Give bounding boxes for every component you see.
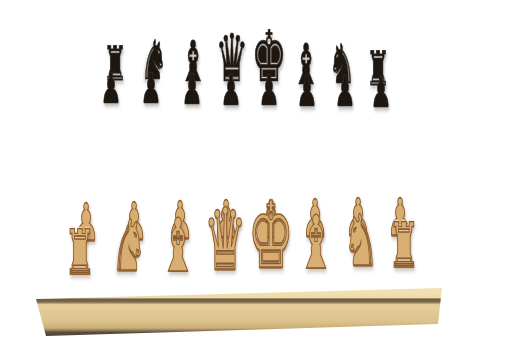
piece-white-pawn-e2[interactable]: ♟ xyxy=(254,210,286,246)
piece-white-pawn-a2[interactable]: ♟ xyxy=(69,212,101,248)
square-g5[interactable] xyxy=(329,141,370,166)
square-g7[interactable] xyxy=(325,94,363,117)
piece-white-queen-d1[interactable]: ♛ xyxy=(198,222,252,282)
piece-white-pawn-d2[interactable]: ♟ xyxy=(210,210,242,246)
square-e8[interactable] xyxy=(251,71,288,93)
square-c7[interactable] xyxy=(171,91,212,114)
board-box-front xyxy=(0,0,510,340)
piece-black-pawn-a7[interactable]: ♟ xyxy=(97,80,124,110)
square-g2[interactable] xyxy=(335,221,379,251)
square-g8[interactable] xyxy=(324,73,361,95)
square-c6[interactable] xyxy=(168,115,210,140)
piece-black-knight-g8[interactable]: ♞ xyxy=(325,54,359,92)
square-f6[interactable] xyxy=(289,116,328,140)
square-d2[interactable] xyxy=(203,222,248,253)
square-h4[interactable] xyxy=(370,166,412,192)
square-d7[interactable] xyxy=(211,92,250,115)
square-g4[interactable] xyxy=(331,166,373,192)
square-h6[interactable] xyxy=(364,117,404,140)
piece-white-king-e1[interactable]: ♚ xyxy=(242,217,300,282)
piece-white-knight-g1[interactable]: ♞ xyxy=(338,228,383,278)
square-f7[interactable] xyxy=(288,94,326,117)
piece-black-pawn-h7[interactable]: ♟ xyxy=(368,84,395,114)
square-c5[interactable] xyxy=(165,139,208,165)
square-e2[interactable] xyxy=(249,222,293,253)
piece-black-queen-d8[interactable]: ♛ xyxy=(211,45,253,91)
square-e7[interactable] xyxy=(250,93,288,116)
square-c4[interactable] xyxy=(163,166,208,193)
piece-white-pawn-g2[interactable]: ♟ xyxy=(341,208,373,244)
square-e6[interactable] xyxy=(250,116,289,140)
piece-white-rook-a1[interactable]: ♜ xyxy=(60,239,99,283)
square-d1[interactable] xyxy=(201,253,248,286)
square-a1[interactable] xyxy=(52,256,107,291)
square-e1[interactable] xyxy=(248,252,293,285)
square-c8[interactable] xyxy=(173,69,213,91)
piece-white-pawn-f2[interactable]: ♟ xyxy=(298,209,330,245)
square-e5[interactable] xyxy=(250,140,290,165)
square-h5[interactable] xyxy=(367,141,408,166)
square-f4[interactable] xyxy=(291,166,332,192)
chess-board xyxy=(34,61,441,302)
piece-white-pawn-h2[interactable]: ♟ xyxy=(383,208,415,244)
piece-black-rook-h8[interactable]: ♜ xyxy=(363,59,393,93)
square-a7[interactable] xyxy=(88,90,132,114)
square-d8[interactable] xyxy=(212,70,250,92)
square-a5[interactable] xyxy=(78,139,125,165)
square-a4[interactable] xyxy=(72,166,121,194)
piece-white-bishop-f1[interactable]: ♝ xyxy=(293,227,340,279)
piece-black-pawn-b7[interactable]: ♟ xyxy=(138,80,165,110)
piece-white-bishop-c1[interactable]: ♝ xyxy=(154,230,201,282)
piece-black-bishop-f8[interactable]: ♝ xyxy=(288,52,324,92)
square-h1[interactable] xyxy=(381,250,427,282)
piece-white-pawn-c2[interactable]: ♟ xyxy=(164,211,196,247)
square-d4[interactable] xyxy=(206,166,249,193)
square-b8[interactable] xyxy=(134,68,175,91)
piece-black-bishop-c8[interactable]: ♝ xyxy=(175,50,211,90)
piece-black-pawn-d7[interactable]: ♟ xyxy=(217,82,244,112)
square-a3[interactable] xyxy=(66,194,117,224)
piece-black-rook-a8[interactable]: ♜ xyxy=(100,54,130,88)
square-f8[interactable] xyxy=(288,72,325,94)
square-c2[interactable] xyxy=(156,223,204,254)
square-a2[interactable] xyxy=(59,224,112,256)
square-g3[interactable] xyxy=(333,192,376,220)
square-b1[interactable] xyxy=(103,255,155,289)
piece-black-pawn-c7[interactable]: ♟ xyxy=(178,81,205,111)
piece-black-knight-b8[interactable]: ♞ xyxy=(137,50,171,88)
square-f1[interactable] xyxy=(294,251,340,284)
square-h8[interactable] xyxy=(359,74,397,95)
piece-white-rook-h1[interactable]: ♜ xyxy=(384,232,423,276)
square-d6[interactable] xyxy=(210,115,250,139)
square-f3[interactable] xyxy=(292,193,335,221)
square-b7[interactable] xyxy=(130,91,173,115)
square-h7[interactable] xyxy=(362,95,401,117)
piece-black-king-e8[interactable]: ♚ xyxy=(247,43,291,93)
square-g1[interactable] xyxy=(338,250,384,282)
piece-black-pawn-f7[interactable]: ♟ xyxy=(294,83,321,113)
square-f2[interactable] xyxy=(293,221,337,251)
square-b5[interactable] xyxy=(122,139,167,165)
piece-black-pawn-g7[interactable]: ♟ xyxy=(331,83,358,113)
board-fold-seam xyxy=(67,165,418,167)
square-h2[interactable] xyxy=(377,220,422,250)
square-d3[interactable] xyxy=(205,193,249,222)
square-b4[interactable] xyxy=(118,166,165,194)
piece-white-pawn-b2[interactable]: ♟ xyxy=(117,212,149,248)
square-f5[interactable] xyxy=(290,140,330,165)
square-g6[interactable] xyxy=(327,117,366,141)
piece-black-pawn-e7[interactable]: ♟ xyxy=(256,82,283,112)
square-a8[interactable] xyxy=(93,67,136,90)
square-b6[interactable] xyxy=(126,114,170,139)
square-b2[interactable] xyxy=(108,223,158,255)
square-c3[interactable] xyxy=(159,193,205,222)
chess-set-photo: ♜♞♝♛♚♝♞♜♟♟♟♟♟♟♟♟♟♟♟♟♟♟♟♟♜♞♝♛♚♝♞♜ xyxy=(0,0,510,340)
square-a6[interactable] xyxy=(83,114,129,139)
piece-white-knight-b1[interactable]: ♞ xyxy=(107,233,152,283)
square-d5[interactable] xyxy=(208,140,249,165)
square-h3[interactable] xyxy=(374,192,417,220)
square-c1[interactable] xyxy=(152,254,201,288)
square-b3[interactable] xyxy=(113,193,161,223)
square-e3[interactable] xyxy=(249,193,292,222)
square-e4[interactable] xyxy=(249,166,290,193)
